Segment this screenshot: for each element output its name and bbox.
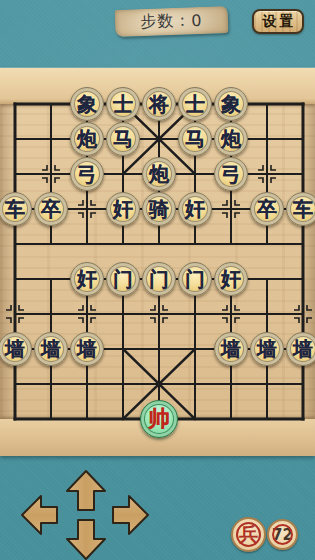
piece-墙[interactable]: 墙	[0, 332, 32, 366]
direction-pad	[10, 465, 160, 560]
piece-奸[interactable]: 奸	[70, 262, 104, 296]
piece-马[interactable]: 马	[178, 122, 212, 156]
piece-弓[interactable]: 弓	[214, 157, 248, 191]
piece-炮[interactable]: 炮	[142, 157, 176, 191]
piece-炮[interactable]: 炮	[70, 122, 104, 156]
piece-将[interactable]: 将	[142, 87, 176, 121]
piece-奸[interactable]: 奸	[106, 192, 140, 226]
piece-象[interactable]: 象	[214, 87, 248, 121]
piece-马[interactable]: 马	[106, 122, 140, 156]
step-counter: 步数：0	[115, 6, 229, 37]
piece-奸[interactable]: 奸	[178, 192, 212, 226]
piece-士[interactable]: 士	[178, 87, 212, 121]
arrow-down-icon[interactable]	[67, 520, 105, 559]
piece-墙[interactable]: 墙	[286, 332, 315, 366]
step-counter-label: 步数：	[140, 10, 192, 33]
piece-车[interactable]: 车	[286, 192, 315, 226]
piece-象[interactable]: 象	[70, 87, 104, 121]
arrow-up-icon[interactable]	[67, 471, 105, 510]
piece-门[interactable]: 门	[106, 262, 140, 296]
settings-button[interactable]: 设置	[252, 9, 304, 34]
piece-卒[interactable]: 卒	[34, 192, 68, 226]
level-badge[interactable]: 72	[267, 519, 298, 550]
piece-墙[interactable]: 墙	[34, 332, 68, 366]
piece-墙[interactable]: 墙	[214, 332, 248, 366]
piece-炮[interactable]: 炮	[214, 122, 248, 156]
game-screen: 步数：0 设置	[0, 0, 315, 560]
piece-卒[interactable]: 卒	[250, 192, 284, 226]
piece-type-badge-label: 兵	[239, 522, 258, 548]
piece-车[interactable]: 车	[0, 192, 32, 226]
piece-骑[interactable]: 骑	[142, 192, 176, 226]
piece-门[interactable]: 门	[178, 262, 212, 296]
settings-button-label: 设置	[260, 13, 297, 31]
arrow-right-icon[interactable]	[113, 496, 148, 534]
piece-奸[interactable]: 奸	[214, 262, 248, 296]
arrow-left-icon[interactable]	[22, 496, 57, 534]
board-grid: 象士将士象炮马马炮弓炮弓车卒奸骑奸卒车奸门门门奸墙墙墙墙墙墙帅	[0, 86, 315, 436]
step-counter-value: 0	[191, 11, 203, 30]
level-badge-value: 72	[272, 526, 293, 544]
piece-帅[interactable]: 帅	[140, 400, 178, 438]
piece-弓[interactable]: 弓	[70, 157, 104, 191]
piece-墙[interactable]: 墙	[70, 332, 104, 366]
piece-士[interactable]: 士	[106, 87, 140, 121]
piece-墙[interactable]: 墙	[250, 332, 284, 366]
piece-type-badge[interactable]: 兵	[231, 517, 266, 552]
piece-门[interactable]: 门	[142, 262, 176, 296]
